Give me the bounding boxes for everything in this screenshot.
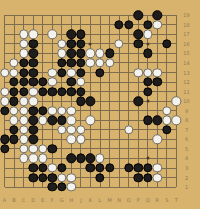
black-stone[interactable] bbox=[57, 116, 66, 125]
white-stone[interactable] bbox=[153, 135, 162, 144]
hoshi-dot bbox=[146, 100, 149, 103]
white-stone[interactable] bbox=[19, 125, 28, 134]
black-stone[interactable] bbox=[143, 20, 152, 29]
black-stone[interactable] bbox=[28, 58, 37, 67]
black-stone[interactable] bbox=[143, 49, 152, 58]
column-label: G bbox=[60, 197, 64, 202]
black-stone[interactable] bbox=[153, 10, 162, 19]
white-stone[interactable] bbox=[76, 125, 85, 134]
black-stone[interactable] bbox=[133, 10, 142, 19]
row-label: 4 bbox=[185, 156, 188, 161]
white-stone[interactable] bbox=[67, 116, 76, 125]
column-label: R bbox=[156, 197, 159, 202]
white-stone[interactable] bbox=[86, 49, 95, 58]
white-stone[interactable] bbox=[0, 96, 9, 105]
black-stone[interactable] bbox=[9, 87, 18, 96]
go-board[interactable]: ABCDEFGHJKLMNOPQRST191817161514131211109… bbox=[0, 0, 200, 209]
black-stone[interactable] bbox=[67, 154, 76, 163]
grid-line-vertical bbox=[109, 15, 110, 187]
black-stone[interactable] bbox=[105, 163, 114, 172]
white-stone[interactable] bbox=[9, 68, 18, 77]
white-stone[interactable] bbox=[143, 30, 152, 39]
white-stone[interactable] bbox=[19, 135, 28, 144]
grid-line-vertical bbox=[128, 15, 129, 187]
white-stone[interactable] bbox=[0, 68, 9, 77]
row-label: 7 bbox=[185, 127, 188, 132]
white-stone[interactable] bbox=[172, 96, 181, 105]
white-stone[interactable] bbox=[57, 125, 66, 134]
white-stone[interactable] bbox=[28, 30, 37, 39]
column-label: N bbox=[117, 197, 121, 202]
white-stone[interactable] bbox=[124, 125, 133, 134]
black-stone[interactable] bbox=[133, 39, 142, 48]
row-label: 5 bbox=[185, 146, 188, 151]
black-stone[interactable] bbox=[76, 68, 85, 77]
white-stone[interactable] bbox=[153, 68, 162, 77]
black-stone[interactable] bbox=[19, 58, 28, 67]
column-label: B bbox=[12, 197, 15, 202]
black-stone[interactable] bbox=[143, 173, 152, 182]
black-stone[interactable] bbox=[57, 58, 66, 67]
white-stone[interactable] bbox=[95, 58, 104, 67]
column-label: P bbox=[137, 197, 140, 202]
black-stone[interactable] bbox=[76, 39, 85, 48]
row-label: 17 bbox=[183, 32, 189, 37]
black-stone[interactable] bbox=[48, 182, 57, 191]
black-stone[interactable] bbox=[95, 68, 104, 77]
black-stone[interactable] bbox=[95, 173, 104, 182]
white-stone[interactable] bbox=[162, 116, 171, 125]
black-stone[interactable] bbox=[143, 77, 152, 86]
hoshi-dot bbox=[89, 42, 92, 45]
black-stone[interactable] bbox=[38, 106, 47, 115]
white-stone[interactable] bbox=[19, 49, 28, 58]
white-stone[interactable] bbox=[153, 20, 162, 29]
black-stone[interactable] bbox=[67, 30, 76, 39]
row-label: 9 bbox=[185, 108, 188, 113]
row-label: 15 bbox=[183, 51, 189, 56]
black-stone[interactable] bbox=[28, 106, 37, 115]
column-label: E bbox=[41, 197, 44, 202]
white-stone[interactable] bbox=[114, 39, 123, 48]
black-stone[interactable] bbox=[133, 96, 142, 105]
hoshi-dot bbox=[146, 42, 149, 45]
column-label: Q bbox=[146, 197, 150, 202]
black-stone[interactable] bbox=[28, 116, 37, 125]
column-label: A bbox=[3, 197, 6, 202]
white-stone[interactable] bbox=[133, 68, 142, 77]
row-label: 14 bbox=[183, 60, 189, 65]
column-label: D bbox=[31, 197, 35, 202]
black-stone[interactable] bbox=[38, 173, 47, 182]
black-stone[interactable] bbox=[0, 144, 9, 153]
column-label: H bbox=[69, 197, 73, 202]
white-stone[interactable] bbox=[48, 163, 57, 172]
row-label: 13 bbox=[183, 70, 189, 75]
white-stone[interactable] bbox=[19, 144, 28, 153]
white-stone[interactable] bbox=[19, 154, 28, 163]
white-stone[interactable] bbox=[86, 116, 95, 125]
black-stone[interactable] bbox=[28, 125, 37, 134]
grid-line-horizontal bbox=[5, 187, 177, 188]
white-stone[interactable] bbox=[48, 106, 57, 115]
black-stone[interactable] bbox=[76, 30, 85, 39]
white-stone[interactable] bbox=[9, 106, 18, 115]
black-stone[interactable] bbox=[67, 58, 76, 67]
black-stone[interactable] bbox=[38, 77, 47, 86]
black-stone[interactable] bbox=[162, 39, 171, 48]
grid-line-vertical bbox=[157, 15, 158, 187]
white-stone[interactable] bbox=[67, 106, 76, 115]
black-stone[interactable] bbox=[76, 87, 85, 96]
white-stone[interactable] bbox=[57, 106, 66, 115]
black-stone[interactable] bbox=[143, 163, 152, 172]
black-stone[interactable] bbox=[48, 87, 57, 96]
white-stone[interactable] bbox=[9, 58, 18, 67]
black-stone[interactable] bbox=[67, 49, 76, 58]
black-stone[interactable] bbox=[76, 96, 85, 105]
white-stone[interactable] bbox=[67, 135, 76, 144]
black-stone[interactable] bbox=[38, 163, 47, 172]
white-stone[interactable] bbox=[48, 77, 57, 86]
column-label: O bbox=[127, 197, 131, 202]
column-label: K bbox=[89, 197, 92, 202]
white-stone[interactable] bbox=[28, 144, 37, 153]
row-label: 3 bbox=[185, 166, 188, 171]
black-stone[interactable] bbox=[67, 77, 76, 86]
white-stone[interactable] bbox=[19, 116, 28, 125]
black-stone[interactable] bbox=[28, 77, 37, 86]
black-stone[interactable] bbox=[9, 77, 18, 86]
white-stone[interactable] bbox=[57, 49, 66, 58]
black-stone[interactable] bbox=[133, 30, 142, 39]
black-stone[interactable] bbox=[9, 96, 18, 105]
black-stone[interactable] bbox=[9, 125, 18, 134]
white-stone[interactable] bbox=[67, 125, 76, 134]
column-label: J bbox=[80, 197, 81, 202]
black-stone[interactable] bbox=[76, 49, 85, 58]
white-stone[interactable] bbox=[153, 163, 162, 172]
black-stone[interactable] bbox=[143, 116, 152, 125]
white-stone[interactable] bbox=[67, 182, 76, 191]
white-stone[interactable] bbox=[9, 116, 18, 125]
white-stone[interactable] bbox=[57, 173, 66, 182]
black-stone[interactable] bbox=[19, 68, 28, 77]
black-stone[interactable] bbox=[28, 49, 37, 58]
black-stone[interactable] bbox=[19, 77, 28, 86]
white-stone[interactable] bbox=[38, 154, 47, 163]
black-stone[interactable] bbox=[19, 87, 28, 96]
black-stone[interactable] bbox=[48, 173, 57, 182]
black-stone[interactable] bbox=[162, 125, 171, 134]
column-label: M bbox=[107, 197, 111, 202]
white-stone[interactable] bbox=[48, 30, 57, 39]
black-stone[interactable] bbox=[86, 163, 95, 172]
column-label: S bbox=[165, 197, 168, 202]
white-stone[interactable] bbox=[19, 106, 28, 115]
black-stone[interactable] bbox=[28, 135, 37, 144]
row-label: 11 bbox=[183, 89, 189, 94]
white-stone[interactable] bbox=[172, 116, 181, 125]
white-stone[interactable] bbox=[86, 58, 95, 67]
black-stone[interactable] bbox=[95, 163, 104, 172]
white-stone[interactable] bbox=[153, 173, 162, 182]
white-stone[interactable] bbox=[143, 68, 152, 77]
black-stone[interactable] bbox=[67, 87, 76, 96]
white-stone[interactable] bbox=[28, 96, 37, 105]
black-stone[interactable] bbox=[124, 20, 133, 29]
black-stone[interactable] bbox=[86, 154, 95, 163]
white-stone[interactable] bbox=[57, 39, 66, 48]
black-stone[interactable] bbox=[0, 135, 9, 144]
white-stone[interactable] bbox=[38, 116, 47, 125]
row-label: 1 bbox=[185, 185, 188, 190]
black-stone[interactable] bbox=[67, 39, 76, 48]
column-label: T bbox=[175, 197, 178, 202]
row-label: 10 bbox=[183, 99, 189, 104]
white-stone[interactable] bbox=[95, 154, 104, 163]
column-label: C bbox=[22, 197, 26, 202]
column-label: L bbox=[99, 197, 102, 202]
white-stone[interactable] bbox=[76, 77, 85, 86]
white-stone[interactable] bbox=[48, 68, 57, 77]
black-stone[interactable] bbox=[133, 163, 142, 172]
black-stone[interactable] bbox=[9, 135, 18, 144]
black-stone[interactable] bbox=[28, 39, 37, 48]
white-stone[interactable] bbox=[28, 87, 37, 96]
black-stone[interactable] bbox=[133, 173, 142, 182]
row-label: 6 bbox=[185, 137, 188, 142]
black-stone[interactable] bbox=[38, 87, 47, 96]
black-stone[interactable] bbox=[76, 58, 85, 67]
black-stone[interactable] bbox=[86, 96, 95, 105]
white-stone[interactable] bbox=[19, 39, 28, 48]
white-stone[interactable] bbox=[67, 68, 76, 77]
white-stone[interactable] bbox=[76, 135, 85, 144]
black-stone[interactable] bbox=[124, 163, 133, 172]
black-stone[interactable] bbox=[28, 163, 37, 172]
black-stone[interactable] bbox=[0, 106, 9, 115]
black-stone[interactable] bbox=[57, 87, 66, 96]
black-stone[interactable] bbox=[48, 116, 57, 125]
black-stone[interactable] bbox=[114, 20, 123, 29]
black-stone[interactable] bbox=[76, 154, 85, 163]
row-label: 18 bbox=[183, 22, 189, 27]
white-stone[interactable] bbox=[19, 30, 28, 39]
black-stone[interactable] bbox=[28, 173, 37, 182]
black-stone[interactable] bbox=[143, 87, 152, 96]
white-stone[interactable] bbox=[0, 87, 9, 96]
row-label: 8 bbox=[185, 118, 188, 123]
white-stone[interactable] bbox=[95, 49, 104, 58]
white-stone[interactable] bbox=[105, 58, 114, 67]
white-stone[interactable] bbox=[67, 173, 76, 182]
white-stone[interactable] bbox=[38, 144, 47, 153]
white-stone[interactable] bbox=[162, 106, 171, 115]
black-stone[interactable] bbox=[57, 163, 66, 172]
white-stone[interactable] bbox=[19, 96, 28, 105]
black-stone[interactable] bbox=[105, 49, 114, 58]
row-label: 19 bbox=[183, 13, 189, 18]
black-stone[interactable] bbox=[153, 116, 162, 125]
hoshi-dot bbox=[146, 157, 149, 160]
black-stone[interactable] bbox=[48, 144, 57, 153]
black-stone[interactable] bbox=[153, 77, 162, 86]
row-label: 12 bbox=[183, 80, 189, 85]
row-label: 2 bbox=[185, 175, 188, 180]
column-label: F bbox=[51, 197, 54, 202]
white-stone[interactable] bbox=[28, 154, 37, 163]
black-stone[interactable] bbox=[57, 182, 66, 191]
black-stone[interactable] bbox=[57, 68, 66, 77]
row-label: 16 bbox=[183, 41, 189, 46]
black-stone[interactable] bbox=[28, 68, 37, 77]
